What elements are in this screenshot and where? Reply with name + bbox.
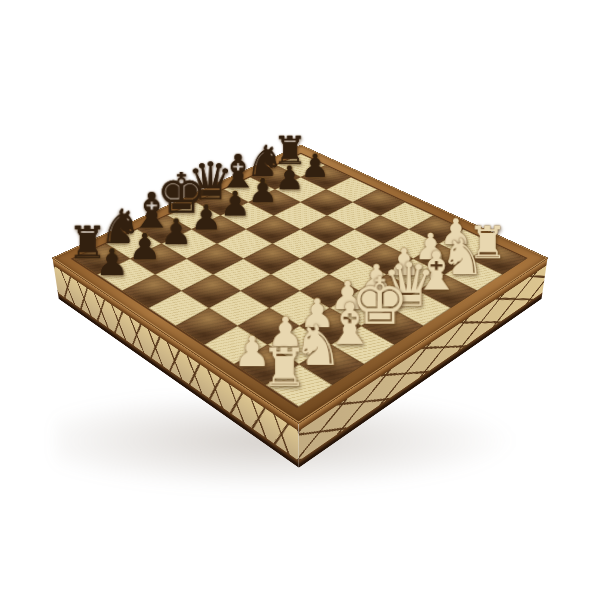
chess-board-box: ♜♟♟♜♞♟♟♞♝♟♟♝♛♟♟♛♚♟♟♚♝♟♟♝♞♟♟♞♜♟♟♜ — [53, 145, 548, 423]
board-squares: ♜♟♟♜♞♟♟♞♝♟♟♝♛♟♟♛♚♟♟♚♝♟♟♝♞♟♟♞♜♟♟♜ — [73, 154, 524, 406]
product-photo: ♜♟♟♜♞♟♟♞♝♟♟♝♛♟♟♛♚♟♟♚♝♟♟♝♞♟♟♞♜♟♟♜ — [0, 0, 612, 612]
white-rook[interactable]: ♜ — [231, 342, 338, 394]
scene: ♜♟♟♜♞♟♟♞♝♟♟♝♛♟♟♛♚♟♟♚♝♟♟♝♞♟♟♞♜♟♟♜ — [0, 0, 612, 612]
board-frame: ♜♟♟♜♞♟♟♞♝♟♟♝♛♟♟♛♚♟♟♚♝♟♟♝♞♟♟♞♜♟♟♜ — [53, 145, 548, 423]
square-h1[interactable]: ♜ — [266, 364, 333, 406]
black-pawn[interactable]: ♟ — [66, 244, 159, 281]
